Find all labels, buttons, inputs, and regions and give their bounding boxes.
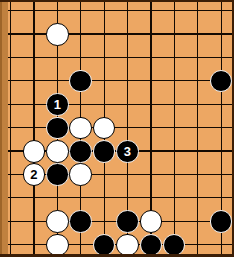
white-stone	[46, 234, 69, 257]
black-stone	[116, 210, 139, 233]
white-stone	[46, 23, 69, 46]
black-stone	[93, 140, 116, 163]
black-stone-move-1: 1	[46, 93, 69, 116]
black-stone	[210, 70, 233, 93]
black-stone	[69, 140, 92, 163]
white-stone	[116, 234, 139, 257]
black-stone	[46, 117, 69, 140]
black-stone	[69, 70, 92, 93]
white-stone	[23, 140, 46, 163]
white-stone	[46, 140, 69, 163]
white-stone	[93, 117, 116, 140]
black-stone	[46, 163, 69, 186]
right-border	[232, 0, 234, 257]
black-stone	[163, 234, 186, 257]
white-stone	[140, 210, 163, 233]
go-diagram: 132	[0, 0, 234, 257]
white-stone	[69, 163, 92, 186]
top-border	[0, 0, 234, 2]
white-stone-move-2: 2	[23, 163, 46, 186]
stones-layer: 132	[0, 0, 233, 257]
white-stone	[69, 117, 92, 140]
black-stone	[210, 210, 233, 233]
black-stone	[140, 234, 163, 257]
black-stone	[69, 210, 92, 233]
white-stone	[46, 210, 69, 233]
black-stone-move-3: 3	[116, 140, 139, 163]
black-stone	[93, 234, 116, 257]
